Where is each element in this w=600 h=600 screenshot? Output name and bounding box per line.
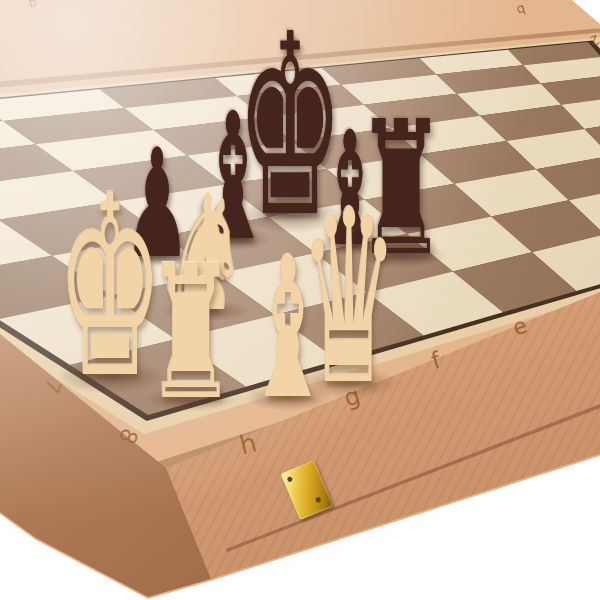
piece-white-bishop[interactable]: ♝ (244, 231, 331, 426)
piece-white-rook[interactable]: ♜ (145, 241, 236, 426)
pieces-layer: ♜♚♝♞♛♟♝♝♚♜ (0, 0, 600, 600)
chessboard-photo: hgfe87gb2 ♜♚♝♞♛♟♝♝♚♜ (0, 0, 600, 600)
